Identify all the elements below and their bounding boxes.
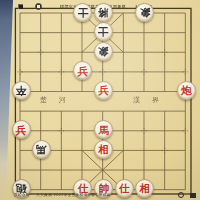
piece-glyph: 炮 bbox=[181, 85, 192, 96]
piece-glyph: 將 bbox=[98, 7, 109, 18]
board-footer: 质检合格 久久象棋 2022年全国象棋锦标赛专用棋盘 bbox=[14, 191, 198, 199]
piece-glyph: 兵 bbox=[78, 66, 89, 77]
piece-glyph: 卒 bbox=[16, 85, 27, 96]
piece-black-elephant[interactable]: 象 bbox=[135, 3, 154, 22]
footer-ring-icon bbox=[178, 192, 184, 198]
river-label-right: 漢界 bbox=[133, 95, 171, 105]
brand-ring-icon bbox=[35, 3, 42, 10]
piece-glyph: 象 bbox=[140, 7, 151, 18]
footer-text-center: 久久象棋 2022年全国象棋锦标赛专用棋盘 bbox=[37, 193, 111, 197]
xiangqi-photo: 棋牌室专用象棋棋盘 中国象棋 精品棋具 楚河 漢界 士將象士象卒馬砲兵兵炮兵馬相… bbox=[0, 0, 200, 200]
piece-red-elephant[interactable]: 相 bbox=[94, 140, 113, 159]
piece-black-soldier[interactable]: 卒 bbox=[12, 81, 31, 100]
piece-red-soldier[interactable]: 兵 bbox=[12, 120, 31, 139]
piece-black-general[interactable]: 將 bbox=[94, 3, 113, 22]
piece-glyph: 兵 bbox=[98, 85, 109, 96]
footer-text-left: 质检合格 bbox=[14, 193, 30, 197]
piece-glyph: 馬 bbox=[98, 125, 109, 136]
piece-black-elephant[interactable]: 象 bbox=[94, 42, 113, 61]
brand-block-icon bbox=[18, 4, 23, 9]
piece-black-advisor[interactable]: 士 bbox=[73, 3, 92, 22]
piece-red-cannon[interactable]: 炮 bbox=[177, 81, 196, 100]
river-label-left: 楚河 bbox=[40, 95, 78, 105]
piece-glyph: 士 bbox=[78, 7, 89, 18]
piece-glyph: 士 bbox=[98, 26, 109, 37]
piece-glyph: 象 bbox=[98, 46, 109, 57]
piece-glyph: 相 bbox=[98, 144, 109, 155]
piece-black-horse[interactable]: 馬 bbox=[32, 140, 51, 159]
footer-block-icon bbox=[190, 193, 196, 198]
piece-glyph: 兵 bbox=[16, 125, 27, 136]
piece-glyph: 馬 bbox=[36, 144, 47, 155]
